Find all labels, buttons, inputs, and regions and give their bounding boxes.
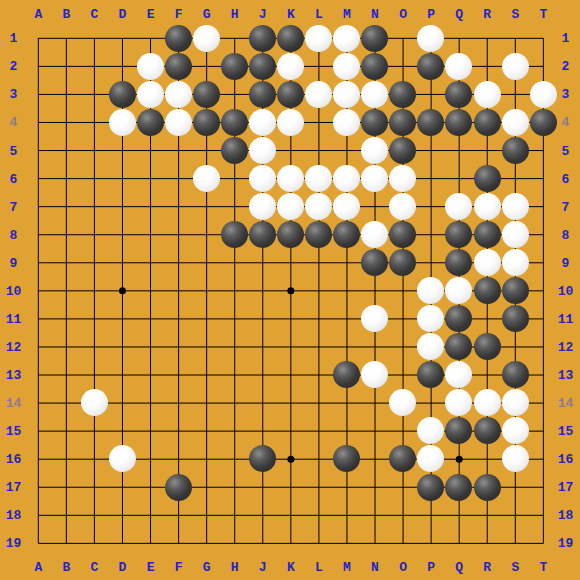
stone-white — [361, 165, 388, 192]
stone-white — [333, 81, 360, 108]
stone-black — [474, 417, 501, 444]
stone-black — [417, 109, 444, 136]
stone-white — [165, 109, 192, 136]
stone-white — [417, 305, 444, 332]
stone-white — [389, 389, 416, 416]
stone-white — [502, 249, 529, 276]
stone-white — [474, 389, 501, 416]
stone-white — [109, 445, 136, 472]
stone-white — [361, 221, 388, 248]
stone-white — [445, 361, 472, 388]
stone-white — [445, 389, 472, 416]
coordinate-label: 8 — [562, 228, 570, 241]
stone-black — [445, 417, 472, 444]
stone-white — [502, 109, 529, 136]
stone-black — [221, 109, 248, 136]
coordinate-label: 7 — [562, 200, 570, 213]
stone-black — [165, 25, 192, 52]
stone-white — [81, 389, 108, 416]
stone-white — [474, 193, 501, 220]
stone-black — [277, 25, 304, 52]
stone-black — [249, 53, 276, 80]
coordinate-label: S — [511, 7, 519, 20]
stone-black — [474, 474, 501, 501]
stone-white — [502, 53, 529, 80]
stone-white — [417, 333, 444, 360]
stone-black — [502, 137, 529, 164]
stone-black — [445, 249, 472, 276]
coordinate-label: M — [343, 560, 351, 573]
stone-black — [445, 474, 472, 501]
stone-black — [137, 109, 164, 136]
coordinate-label: K — [287, 560, 295, 573]
coordinate-label: 17 — [6, 481, 22, 494]
coordinate-label: D — [119, 560, 127, 573]
coordinate-label: 11 — [558, 312, 574, 325]
coordinate-label: Q — [455, 560, 463, 573]
stone-white — [193, 165, 220, 192]
coordinate-label: 1 — [562, 32, 570, 45]
stone-black — [221, 137, 248, 164]
coordinate-label: D — [119, 7, 127, 20]
coordinate-label: A — [34, 7, 42, 20]
stone-black — [417, 474, 444, 501]
coordinate-label: 19 — [6, 537, 22, 550]
stone-black — [445, 109, 472, 136]
stone-black — [277, 221, 304, 248]
stone-white — [474, 81, 501, 108]
stone-black — [193, 109, 220, 136]
stone-white — [361, 81, 388, 108]
stone-black — [474, 277, 501, 304]
stone-black — [221, 221, 248, 248]
stone-black — [417, 361, 444, 388]
coordinate-label: 19 — [558, 537, 574, 550]
stone-black — [249, 445, 276, 472]
stone-white — [502, 445, 529, 472]
stone-black — [221, 53, 248, 80]
coordinate-label: R — [483, 560, 491, 573]
stone-black — [249, 81, 276, 108]
coordinate-label: N — [371, 560, 379, 573]
coordinate-label: L — [315, 560, 323, 573]
coordinate-label: 13 — [558, 369, 574, 382]
coordinate-label: 4 — [562, 116, 570, 129]
stone-white — [502, 193, 529, 220]
coordinate-label: 6 — [562, 172, 570, 185]
stone-white — [193, 25, 220, 52]
coordinate-label: O — [399, 560, 407, 573]
coordinate-label: C — [91, 7, 99, 20]
coordinate-label: H — [231, 7, 239, 20]
coordinate-label: 7 — [10, 200, 18, 213]
stone-black — [333, 361, 360, 388]
coordinate-label: J — [259, 560, 267, 573]
stone-black — [445, 333, 472, 360]
stone-black — [193, 81, 220, 108]
coordinate-label: 5 — [10, 144, 18, 157]
stone-white — [277, 193, 304, 220]
stone-white — [502, 221, 529, 248]
stone-black — [502, 361, 529, 388]
stone-white — [445, 53, 472, 80]
coordinate-label: G — [203, 7, 211, 20]
coordinate-label: 16 — [6, 453, 22, 466]
stone-white — [389, 193, 416, 220]
stone-white — [333, 193, 360, 220]
coordinate-label: L — [315, 7, 323, 20]
coordinate-label: 3 — [562, 88, 570, 101]
coordinate-label: G — [203, 560, 211, 573]
coordinate-label: 12 — [558, 340, 574, 353]
stone-black — [361, 25, 388, 52]
stone-black — [333, 445, 360, 472]
stone-black — [389, 109, 416, 136]
coordinate-label: 13 — [6, 369, 22, 382]
stone-white — [361, 137, 388, 164]
coordinate-label: 9 — [10, 256, 18, 269]
coordinate-label: 10 — [6, 284, 22, 297]
coordinate-label: 10 — [558, 284, 574, 297]
coordinate-label: 17 — [558, 481, 574, 494]
stone-white — [249, 109, 276, 136]
stone-white — [417, 417, 444, 444]
stone-white — [361, 305, 388, 332]
coordinate-label: 2 — [562, 60, 570, 73]
stone-white — [137, 53, 164, 80]
stone-black — [361, 249, 388, 276]
coordinate-label: 14 — [6, 397, 22, 410]
coordinate-label: 4 — [10, 116, 18, 129]
stone-black — [249, 221, 276, 248]
coordinate-label: C — [91, 560, 99, 573]
coordinate-label: 2 — [10, 60, 18, 73]
coordinate-label: P — [427, 560, 435, 573]
stone-white — [333, 53, 360, 80]
stone-white — [333, 25, 360, 52]
coordinate-label: 18 — [558, 509, 574, 522]
stone-black — [445, 305, 472, 332]
coordinate-label: 3 — [10, 88, 18, 101]
stone-white — [445, 193, 472, 220]
stone-black — [530, 109, 557, 136]
stone-white — [277, 53, 304, 80]
stone-white — [389, 165, 416, 192]
stone-black — [474, 333, 501, 360]
stone-black — [165, 53, 192, 80]
stone-black — [474, 221, 501, 248]
coordinate-label: 16 — [558, 453, 574, 466]
stone-black — [165, 474, 192, 501]
stone-white — [333, 165, 360, 192]
coordinate-label: N — [371, 7, 379, 20]
stone-black — [305, 221, 332, 248]
stone-white — [474, 249, 501, 276]
coordinate-label: P — [427, 7, 435, 20]
stone-black — [474, 109, 501, 136]
stone-white — [249, 193, 276, 220]
coordinate-label: S — [511, 560, 519, 573]
stone-white — [417, 277, 444, 304]
stone-black — [277, 81, 304, 108]
stone-white — [530, 81, 557, 108]
coordinate-label: Q — [455, 7, 463, 20]
coordinate-label: E — [147, 7, 155, 20]
stone-black — [361, 53, 388, 80]
stone-white — [277, 109, 304, 136]
go-board-screenshot: AABBCCDDEEFFGGHHJJKKLLMMNNOOPPQQRRSSTT11… — [0, 0, 580, 580]
stone-black — [389, 137, 416, 164]
stone-black — [333, 221, 360, 248]
coordinate-label: 8 — [10, 228, 18, 241]
stone-black — [389, 81, 416, 108]
coordinate-label: 15 — [558, 425, 574, 438]
stone-black — [389, 445, 416, 472]
coordinate-label: T — [539, 560, 547, 573]
coordinate-label: F — [175, 560, 183, 573]
stone-white — [249, 137, 276, 164]
stone-white — [445, 277, 472, 304]
coordinate-label: R — [483, 7, 491, 20]
coordinate-label: 5 — [562, 144, 570, 157]
stone-black — [389, 221, 416, 248]
stone-white — [137, 81, 164, 108]
stone-black — [361, 109, 388, 136]
coordinate-label: O — [399, 7, 407, 20]
coordinate-label: 12 — [6, 340, 22, 353]
coordinate-label: 11 — [6, 312, 22, 325]
stone-white — [502, 417, 529, 444]
coordinate-label: B — [62, 7, 70, 20]
stone-white — [502, 389, 529, 416]
stone-white — [417, 25, 444, 52]
coordinate-label: 15 — [6, 425, 22, 438]
coordinate-label: M — [343, 7, 351, 20]
stone-black — [502, 305, 529, 332]
stone-black — [474, 165, 501, 192]
coordinate-label: 9 — [562, 256, 570, 269]
coordinate-label: T — [539, 7, 547, 20]
coordinate-label: F — [175, 7, 183, 20]
coordinate-label: A — [34, 560, 42, 573]
stone-white — [305, 193, 332, 220]
coordinate-label: 6 — [10, 172, 18, 185]
stone-black — [417, 53, 444, 80]
stone-white — [417, 445, 444, 472]
coordinate-label: H — [231, 560, 239, 573]
stone-white — [249, 165, 276, 192]
stone-white — [165, 81, 192, 108]
stone-white — [361, 361, 388, 388]
coordinate-label: B — [62, 560, 70, 573]
coordinate-label: J — [259, 7, 267, 20]
stone-black — [445, 221, 472, 248]
stone-black — [109, 81, 136, 108]
stone-black — [502, 277, 529, 304]
stone-white — [333, 109, 360, 136]
stone-white — [305, 81, 332, 108]
go-board[interactable] — [24, 24, 557, 557]
stone-black — [445, 81, 472, 108]
coordinate-label: 1 — [10, 32, 18, 45]
stone-black — [249, 25, 276, 52]
stone-white — [305, 25, 332, 52]
stone-black — [389, 249, 416, 276]
stone-white — [277, 165, 304, 192]
coordinate-label: 18 — [6, 509, 22, 522]
stone-white — [109, 109, 136, 136]
stone-white — [305, 165, 332, 192]
coordinate-label: 14 — [558, 397, 574, 410]
coordinate-label: K — [287, 7, 295, 20]
coordinate-label: E — [147, 560, 155, 573]
